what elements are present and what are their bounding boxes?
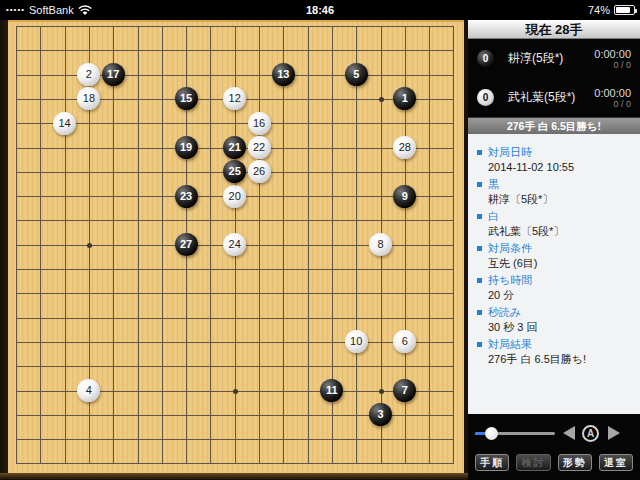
status-right: 74% <box>588 0 635 20</box>
stone-move-25: 25 <box>223 160 246 183</box>
stone-move-28: 28 <box>393 136 416 159</box>
white-byoyomi-count: 0 / 0 <box>594 99 631 109</box>
stone-move-4: 4 <box>77 379 100 402</box>
grid-line-v <box>356 26 357 464</box>
battery-nub <box>635 9 637 13</box>
star-point <box>87 243 92 248</box>
white-stone-icon: 0 <box>477 89 494 106</box>
battery-fill <box>616 7 630 13</box>
player-row-black: 0 耕淳(5段*) 0:00:00 0 / 0 <box>468 39 640 78</box>
detail-label-text: 対局条件 <box>488 242 532 255</box>
stone-move-8: 8 <box>369 233 392 256</box>
star-point <box>379 389 384 394</box>
stone-move-27: 27 <box>175 233 198 256</box>
detail-label: 黒 <box>477 178 634 191</box>
bullet-icon <box>477 310 482 315</box>
stone-move-22: 22 <box>248 136 271 159</box>
move-slider[interactable] <box>475 432 555 435</box>
detail-value: 30 秒 3 回 <box>477 321 634 334</box>
detail-label: 対局結果 <box>477 338 634 351</box>
bullet-icon <box>477 278 482 283</box>
detail-label-text: 対局日時 <box>488 146 532 159</box>
detail-label: 秒読み <box>477 306 634 319</box>
stone-move-24: 24 <box>223 233 246 256</box>
detail-label-text: 白 <box>488 210 499 223</box>
stone-move-17: 17 <box>102 63 125 86</box>
detail-value: 武礼葉〔5段*〕 <box>477 225 634 238</box>
grid-line-h <box>16 366 454 367</box>
battery-icon <box>614 5 635 15</box>
detail-value: 耕淳〔5段*〕 <box>477 193 634 206</box>
black-stone-icon: 0 <box>477 50 494 67</box>
status-bar: ••••• SoftBank 18:46 74% <box>0 0 640 20</box>
bullet-icon <box>477 150 482 155</box>
black-byoyomi-count: 0 / 0 <box>594 60 631 70</box>
players-panel: 0 耕淳(5段*) 0:00:00 0 / 0 0 武礼葉(5段*) 0:00:… <box>468 39 640 117</box>
stone-move-2: 2 <box>77 63 100 86</box>
grid-line-h <box>16 269 454 270</box>
black-player-name: 耕淳(5段*) <box>508 50 563 67</box>
move-counter-header: 現在 28手 <box>468 20 640 39</box>
stone-move-15: 15 <box>175 87 198 110</box>
result-banner: 276手 白 6.5目勝ち! <box>468 117 640 134</box>
grid-line-v <box>453 26 454 464</box>
board-grid-layer: 1234567891011121314151617181920212223242… <box>0 20 468 480</box>
stone-move-23: 23 <box>175 185 198 208</box>
bullet-icon <box>477 246 482 251</box>
detail-value: 互先 (6目) <box>477 257 634 270</box>
white-player-name: 武礼葉(5段*) <box>508 89 575 106</box>
prev-move-button[interactable] <box>563 426 575 440</box>
grid-line-v <box>429 26 430 464</box>
bullet-icon <box>477 342 482 347</box>
stone-move-6: 6 <box>393 330 416 353</box>
detail-label: 対局条件 <box>477 242 634 255</box>
menu-button-形勢[interactable]: 形勢 <box>558 454 592 471</box>
detail-label-text: 秒読み <box>488 306 521 319</box>
bottom-buttons: 手順検討形勢退室 <box>475 454 633 471</box>
detail-label-text: 持ち時間 <box>488 274 532 287</box>
detail-label: 対局日時 <box>477 146 634 159</box>
stone-move-7: 7 <box>393 379 416 402</box>
stone-move-3: 3 <box>369 403 392 426</box>
black-time-block: 0:00:00 0 / 0 <box>594 48 631 70</box>
menu-button-検討[interactable]: 検討 <box>516 454 550 471</box>
player-row-white: 0 武礼葉(5段*) 0:00:00 0 / 0 <box>468 78 640 117</box>
playback-controls: A 手順検討形勢退室 <box>468 414 640 480</box>
game-sidebar: 現在 28手 0 耕淳(5段*) 0:00:00 0 / 0 0 武礼葉(5段*… <box>468 20 640 480</box>
stone-move-14: 14 <box>53 112 76 135</box>
star-point <box>379 97 384 102</box>
detail-value: 2014-11-02 10:55 <box>477 161 634 174</box>
black-clock: 0:00:00 <box>594 48 631 60</box>
stone-move-1: 1 <box>393 87 416 110</box>
next-move-button[interactable] <box>608 426 620 440</box>
grid-line-h <box>16 463 454 464</box>
detail-label: 持ち時間 <box>477 274 634 287</box>
grid-line-v <box>259 26 260 464</box>
battery-percent-label: 74% <box>588 4 610 16</box>
stone-move-11: 11 <box>320 379 343 402</box>
grid-line-v <box>308 26 309 464</box>
stone-move-26: 26 <box>248 160 271 183</box>
bullet-icon <box>477 182 482 187</box>
white-clock: 0:00:00 <box>594 87 631 99</box>
clock-label: 18:46 <box>0 4 640 16</box>
stone-move-21: 21 <box>223 136 246 159</box>
grid-line-h <box>16 439 454 440</box>
grid-line-v <box>283 26 284 464</box>
stone-move-13: 13 <box>272 63 295 86</box>
slider-knob[interactable] <box>485 427 498 440</box>
stone-move-18: 18 <box>77 87 100 110</box>
detail-label: 白 <box>477 210 634 223</box>
game-details: 対局日時2014-11-02 10:55黒耕淳〔5段*〕白武礼葉〔5段*〕対局条… <box>468 134 640 414</box>
menu-button-退室[interactable]: 退室 <box>599 454 633 471</box>
detail-label-text: 黒 <box>488 178 499 191</box>
go-board[interactable]: 1234567891011121314151617181920212223242… <box>0 20 468 480</box>
stone-move-16: 16 <box>248 112 271 135</box>
stone-move-5: 5 <box>345 63 368 86</box>
grid-line-h <box>16 293 454 294</box>
stone-move-19: 19 <box>175 136 198 159</box>
white-time-block: 0:00:00 0 / 0 <box>594 87 631 109</box>
stone-move-9: 9 <box>393 185 416 208</box>
grid-line-h <box>16 342 454 343</box>
detail-value: 20 分 <box>477 289 634 302</box>
app-screen: ••••• SoftBank 18:46 74% 123456789101112… <box>0 0 640 480</box>
auto-play-button[interactable]: A <box>582 425 599 442</box>
star-point <box>233 389 238 394</box>
stone-move-12: 12 <box>223 87 246 110</box>
detail-value: 276手 白 6.5目勝ち! <box>477 353 634 366</box>
detail-label-text: 対局結果 <box>488 338 532 351</box>
bullet-icon <box>477 214 482 219</box>
stone-move-10: 10 <box>345 330 368 353</box>
menu-button-手順[interactable]: 手順 <box>475 454 509 471</box>
stone-move-20: 20 <box>223 185 246 208</box>
grid-line-h <box>16 318 454 319</box>
